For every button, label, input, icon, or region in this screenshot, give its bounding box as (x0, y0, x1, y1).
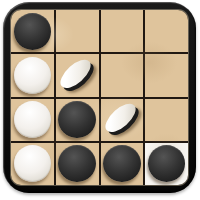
flipping-disc (56, 54, 99, 96)
flipping-disc (101, 99, 144, 141)
cell-r0c0[interactable] (11, 10, 54, 52)
cell-r1c1[interactable] (56, 54, 99, 96)
cell-r2c1[interactable] (56, 99, 99, 141)
cell-r2c3[interactable] (145, 99, 188, 141)
cell-r1c0[interactable] (11, 54, 54, 96)
cell-r0c2[interactable] (101, 10, 144, 52)
cell-r0c3[interactable] (145, 10, 188, 52)
cell-r1c3[interactable] (145, 54, 188, 96)
cell-r0c1[interactable] (56, 10, 99, 52)
black-disc (148, 145, 186, 182)
white-disc (14, 101, 52, 138)
white-disc (14, 57, 52, 94)
cell-r3c2[interactable] (101, 143, 144, 185)
cell-r3c1[interactable] (56, 143, 99, 185)
reversi-board (11, 10, 188, 185)
black-disc (58, 145, 96, 182)
black-disc (58, 101, 96, 138)
cell-r3c0[interactable] (11, 143, 54, 185)
icon-frame (3, 2, 196, 193)
cell-r1c2[interactable] (101, 54, 144, 96)
app-icon-canvas (0, 0, 200, 200)
white-disc (14, 145, 52, 182)
cell-r3c3[interactable] (145, 143, 188, 185)
black-disc (14, 13, 52, 50)
cell-r2c0[interactable] (11, 99, 54, 141)
cell-r2c2[interactable] (101, 99, 144, 141)
black-disc (103, 145, 141, 182)
